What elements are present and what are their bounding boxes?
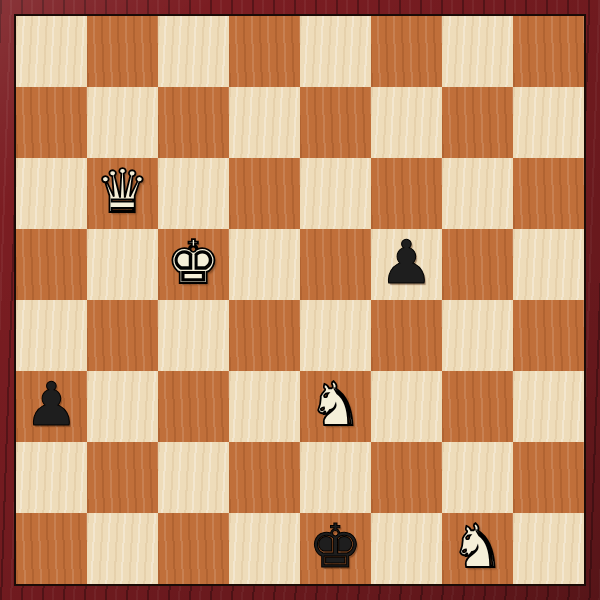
- square-d6[interactable]: [229, 158, 300, 229]
- square-a1[interactable]: [16, 513, 87, 584]
- square-g1[interactable]: ♞: [442, 513, 513, 584]
- square-e6[interactable]: [300, 158, 371, 229]
- square-g5[interactable]: [442, 229, 513, 300]
- square-g6[interactable]: [442, 158, 513, 229]
- square-g4[interactable]: [442, 300, 513, 371]
- square-b8[interactable]: [87, 16, 158, 87]
- square-c3[interactable]: [158, 371, 229, 442]
- square-f1[interactable]: [371, 513, 442, 584]
- square-c1[interactable]: [158, 513, 229, 584]
- square-a4[interactable]: [16, 300, 87, 371]
- white-king: ♚: [167, 229, 221, 298]
- square-h8[interactable]: [513, 16, 584, 87]
- square-g3[interactable]: [442, 371, 513, 442]
- black-pawn: ♟: [25, 371, 79, 440]
- square-b2[interactable]: [87, 442, 158, 513]
- chess-board: ♛♚♟♟♞♚♞: [16, 16, 584, 584]
- square-e5[interactable]: [300, 229, 371, 300]
- square-h1[interactable]: [513, 513, 584, 584]
- square-c7[interactable]: [158, 87, 229, 158]
- square-b7[interactable]: [87, 87, 158, 158]
- square-b4[interactable]: [87, 300, 158, 371]
- square-d4[interactable]: [229, 300, 300, 371]
- square-c2[interactable]: [158, 442, 229, 513]
- square-f7[interactable]: [371, 87, 442, 158]
- square-b5[interactable]: [87, 229, 158, 300]
- square-g8[interactable]: [442, 16, 513, 87]
- square-b3[interactable]: [87, 371, 158, 442]
- square-h4[interactable]: [513, 300, 584, 371]
- white-knight: ♞: [309, 371, 363, 440]
- white-queen: ♛: [96, 158, 150, 227]
- square-d7[interactable]: [229, 87, 300, 158]
- square-c8[interactable]: [158, 16, 229, 87]
- square-c6[interactable]: [158, 158, 229, 229]
- black-pawn: ♟: [380, 229, 434, 298]
- square-h5[interactable]: [513, 229, 584, 300]
- square-g2[interactable]: [442, 442, 513, 513]
- square-f4[interactable]: [371, 300, 442, 371]
- board-frame: ♛♚♟♟♞♚♞: [0, 0, 600, 600]
- square-e4[interactable]: [300, 300, 371, 371]
- square-c5[interactable]: ♚: [158, 229, 229, 300]
- square-d5[interactable]: [229, 229, 300, 300]
- square-a2[interactable]: [16, 442, 87, 513]
- board-inner-border: ♛♚♟♟♞♚♞: [14, 14, 586, 586]
- square-e7[interactable]: [300, 87, 371, 158]
- black-king: ♚: [309, 513, 363, 582]
- square-f6[interactable]: [371, 158, 442, 229]
- square-f2[interactable]: [371, 442, 442, 513]
- square-a7[interactable]: [16, 87, 87, 158]
- square-e1[interactable]: ♚: [300, 513, 371, 584]
- square-e8[interactable]: [300, 16, 371, 87]
- square-e2[interactable]: [300, 442, 371, 513]
- square-d3[interactable]: [229, 371, 300, 442]
- square-a6[interactable]: [16, 158, 87, 229]
- square-h7[interactable]: [513, 87, 584, 158]
- square-e3[interactable]: ♞: [300, 371, 371, 442]
- square-d1[interactable]: [229, 513, 300, 584]
- square-d2[interactable]: [229, 442, 300, 513]
- square-g7[interactable]: [442, 87, 513, 158]
- square-d8[interactable]: [229, 16, 300, 87]
- square-f5[interactable]: ♟: [371, 229, 442, 300]
- square-a8[interactable]: [16, 16, 87, 87]
- square-c4[interactable]: [158, 300, 229, 371]
- square-a5[interactable]: [16, 229, 87, 300]
- square-f3[interactable]: [371, 371, 442, 442]
- square-h3[interactable]: [513, 371, 584, 442]
- square-b1[interactable]: [87, 513, 158, 584]
- square-a3[interactable]: ♟: [16, 371, 87, 442]
- white-knight: ♞: [451, 513, 505, 582]
- square-h2[interactable]: [513, 442, 584, 513]
- square-b6[interactable]: ♛: [87, 158, 158, 229]
- square-f8[interactable]: [371, 16, 442, 87]
- square-h6[interactable]: [513, 158, 584, 229]
